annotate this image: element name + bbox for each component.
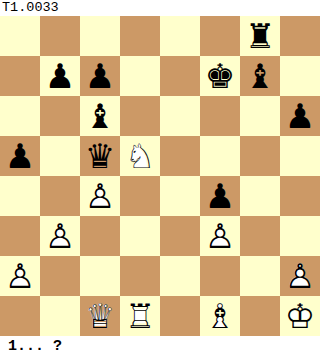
square-c1[interactable]: ♛♕ (80, 296, 120, 336)
square-g4[interactable] (240, 176, 280, 216)
square-d2[interactable] (120, 256, 160, 296)
square-c2[interactable] (80, 256, 120, 296)
square-f4[interactable]: ♟ (200, 176, 240, 216)
square-c3[interactable] (80, 216, 120, 256)
white-pawn: ♟♙ (280, 256, 320, 296)
square-d7[interactable] (120, 56, 160, 96)
white-pawn: ♟♙ (200, 216, 240, 256)
square-b1[interactable] (40, 296, 80, 336)
white-pawn: ♟♙ (0, 256, 40, 296)
square-c5[interactable]: ♛ (80, 136, 120, 176)
square-e8[interactable] (160, 16, 200, 56)
square-b4[interactable] (40, 176, 80, 216)
black-pawn: ♟ (280, 96, 320, 136)
square-g1[interactable] (240, 296, 280, 336)
white-pawn: ♟♙ (80, 176, 120, 216)
square-e4[interactable] (160, 176, 200, 216)
square-f1[interactable]: ♝♗ (200, 296, 240, 336)
black-pawn: ♟ (200, 176, 240, 216)
black-pawn: ♟ (0, 136, 40, 176)
square-a3[interactable] (0, 216, 40, 256)
square-d3[interactable] (120, 216, 160, 256)
square-a1[interactable] (0, 296, 40, 336)
square-h1[interactable]: ♚♔ (280, 296, 320, 336)
square-b7[interactable]: ♟ (40, 56, 80, 96)
square-f8[interactable] (200, 16, 240, 56)
square-b5[interactable] (40, 136, 80, 176)
square-h7[interactable] (280, 56, 320, 96)
chess-board: ♜♟♟♚♝♝♟♟♛♞♘♟♙♟♟♙♟♙♟♙♟♙♛♕♜♖♝♗♚♔ (0, 16, 320, 336)
square-h6[interactable]: ♟ (280, 96, 320, 136)
square-c8[interactable] (80, 16, 120, 56)
black-king: ♚ (200, 56, 240, 96)
square-a7[interactable] (0, 56, 40, 96)
black-bishop: ♝ (240, 56, 280, 96)
square-b2[interactable] (40, 256, 80, 296)
square-g8[interactable]: ♜ (240, 16, 280, 56)
white-pawn: ♟♙ (40, 216, 80, 256)
square-c7[interactable]: ♟ (80, 56, 120, 96)
square-e3[interactable] (160, 216, 200, 256)
square-f7[interactable]: ♚ (200, 56, 240, 96)
square-h5[interactable] (280, 136, 320, 176)
square-b6[interactable] (40, 96, 80, 136)
white-bishop: ♝♗ (200, 296, 240, 336)
square-d5[interactable]: ♞♘ (120, 136, 160, 176)
square-h4[interactable] (280, 176, 320, 216)
square-a5[interactable]: ♟ (0, 136, 40, 176)
square-g3[interactable] (240, 216, 280, 256)
square-d6[interactable] (120, 96, 160, 136)
white-rook: ♜♖ (120, 296, 160, 336)
square-f6[interactable] (200, 96, 240, 136)
diagram-title: T1.0033 (0, 0, 320, 16)
square-h2[interactable]: ♟♙ (280, 256, 320, 296)
white-knight: ♞♘ (120, 136, 160, 176)
black-rook: ♜ (240, 16, 280, 56)
square-b3[interactable]: ♟♙ (40, 216, 80, 256)
square-a8[interactable] (0, 16, 40, 56)
square-c4[interactable]: ♟♙ (80, 176, 120, 216)
square-g7[interactable]: ♝ (240, 56, 280, 96)
square-e1[interactable] (160, 296, 200, 336)
square-e5[interactable] (160, 136, 200, 176)
move-prompt: 1... ? (0, 336, 320, 360)
square-e6[interactable] (160, 96, 200, 136)
square-d1[interactable]: ♜♖ (120, 296, 160, 336)
square-f2[interactable] (200, 256, 240, 296)
square-g2[interactable] (240, 256, 280, 296)
black-pawn: ♟ (40, 56, 80, 96)
square-f3[interactable]: ♟♙ (200, 216, 240, 256)
square-d4[interactable] (120, 176, 160, 216)
square-h3[interactable] (280, 216, 320, 256)
square-g6[interactable] (240, 96, 280, 136)
square-b8[interactable] (40, 16, 80, 56)
square-a6[interactable] (0, 96, 40, 136)
square-a2[interactable]: ♟♙ (0, 256, 40, 296)
black-bishop: ♝ (80, 96, 120, 136)
square-e2[interactable] (160, 256, 200, 296)
square-g5[interactable] (240, 136, 280, 176)
square-d8[interactable] (120, 16, 160, 56)
square-f5[interactable] (200, 136, 240, 176)
square-a4[interactable] (0, 176, 40, 216)
square-e7[interactable] (160, 56, 200, 96)
square-c6[interactable]: ♝ (80, 96, 120, 136)
black-pawn: ♟ (80, 56, 120, 96)
white-queen: ♛♕ (80, 296, 120, 336)
white-king: ♚♔ (280, 296, 320, 336)
square-h8[interactable] (280, 16, 320, 56)
black-queen: ♛ (80, 136, 120, 176)
